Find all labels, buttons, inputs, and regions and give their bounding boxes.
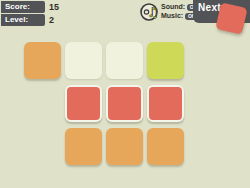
board	[24, 42, 184, 165]
tile-orange[interactable]	[65, 128, 102, 165]
tile-green[interactable]	[147, 42, 184, 79]
tile-red[interactable]	[65, 85, 102, 122]
tile-orange[interactable]	[106, 128, 143, 165]
tile-orange[interactable]	[24, 42, 61, 79]
game-screen: Score: 15 Level: 2 ♫ Sound: ON Music: ON…	[0, 0, 250, 188]
tile-orange[interactable]	[147, 128, 184, 165]
tile-red[interactable]	[106, 85, 143, 122]
board-gap	[24, 128, 61, 165]
tile-empty[interactable]	[106, 42, 143, 79]
next-tile-preview	[215, 2, 247, 34]
svg-text:♫: ♫	[147, 5, 159, 20]
sound-label: Sound:	[161, 3, 185, 11]
music-label: Music:	[161, 12, 183, 20]
level-value: 2	[49, 14, 54, 26]
tile-red[interactable]	[147, 85, 184, 122]
score-value: 15	[49, 1, 59, 13]
level-label: Level:	[1, 14, 45, 26]
tile-empty[interactable]	[65, 42, 102, 79]
board-gap	[24, 85, 61, 122]
music-disc-icon: ♫	[140, 2, 160, 22]
score-label: Score:	[1, 1, 45, 13]
